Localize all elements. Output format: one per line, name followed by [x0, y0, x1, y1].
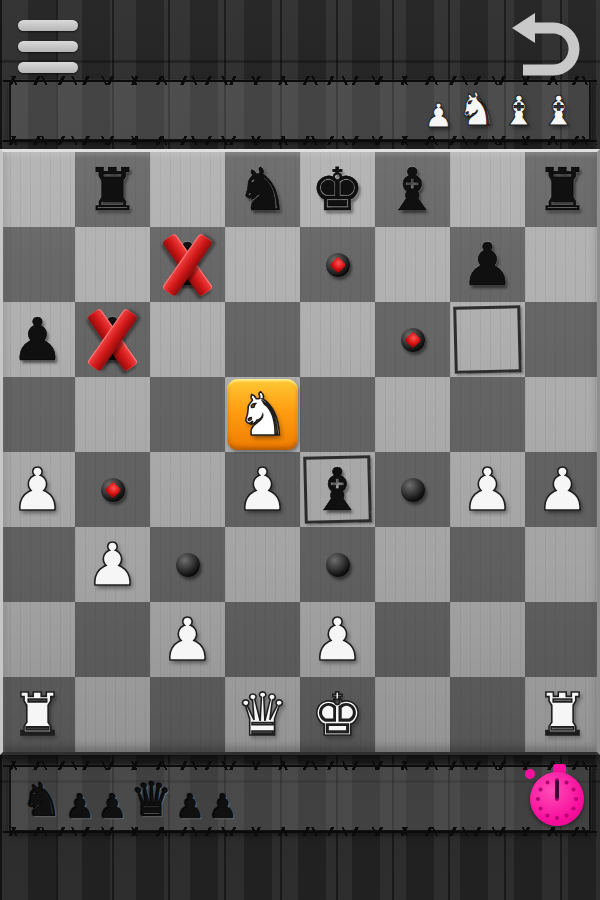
captured-white-knight: ♞	[456, 86, 497, 132]
square-a6[interactable]: ♟	[0, 302, 75, 377]
move-dot-red	[101, 478, 125, 502]
captured-white-bishop: ♝	[500, 91, 537, 132]
capture-x-marker	[75, 302, 150, 377]
square-b7[interactable]	[75, 227, 150, 302]
square-a2[interactable]	[0, 602, 75, 677]
captured-black-queen: ♛	[130, 776, 172, 823]
square-d6[interactable]	[225, 302, 300, 377]
captured-black-pieces-list: ♞♟♟♛♟♟	[11, 767, 589, 830]
black-pawn: ♟	[0, 302, 75, 377]
board-grid: ♜♞♚♝♜♟♟♟♟♞♟♟♝♟♟♟♟♟♜♛♚♜	[0, 152, 600, 752]
square-e7[interactable]	[300, 227, 375, 302]
square-c6[interactable]	[150, 302, 225, 377]
timer-stopwatch-icon[interactable]	[528, 770, 586, 828]
square-f5[interactable]	[375, 377, 450, 452]
captured-white-pawn: ♟	[424, 99, 454, 132]
square-g2[interactable]	[450, 602, 525, 677]
square-f4[interactable]	[375, 452, 450, 527]
square-h6[interactable]	[525, 302, 600, 377]
square-g4[interactable]: ♟	[450, 452, 525, 527]
square-a7[interactable]	[0, 227, 75, 302]
square-h7[interactable]	[525, 227, 600, 302]
square-c5[interactable]	[150, 377, 225, 452]
square-h1[interactable]: ♜	[525, 677, 600, 752]
square-e2[interactable]: ♟	[300, 602, 375, 677]
captured-white-tray: ♟♞♝♝	[9, 80, 591, 141]
square-c1[interactable]	[150, 677, 225, 752]
white-king: ♚	[300, 677, 375, 752]
white-pawn: ♟	[300, 602, 375, 677]
white-rook: ♜	[0, 677, 75, 752]
white-pawn: ♟	[450, 452, 525, 527]
square-h3[interactable]	[525, 527, 600, 602]
square-f2[interactable]	[375, 602, 450, 677]
square-e4[interactable]: ♝	[300, 452, 375, 527]
square-c8[interactable]	[150, 152, 225, 227]
stopwatch-hand	[555, 780, 559, 799]
square-d7[interactable]	[225, 227, 300, 302]
square-g6[interactable]	[450, 302, 525, 377]
square-h2[interactable]	[525, 602, 600, 677]
square-h5[interactable]	[525, 377, 600, 452]
square-d3[interactable]	[225, 527, 300, 602]
black-bishop: ♝	[375, 152, 450, 227]
square-g5[interactable]	[450, 377, 525, 452]
square-a4[interactable]: ♟	[0, 452, 75, 527]
move-dot-red	[326, 253, 350, 277]
square-d1[interactable]: ♛	[225, 677, 300, 752]
captured-black-pawn: ♟	[65, 790, 95, 823]
square-d5[interactable]: ♞	[225, 377, 300, 452]
captured-black-pawn: ♟	[176, 790, 206, 823]
square-b8[interactable]: ♜	[75, 152, 150, 227]
square-b5[interactable]	[75, 377, 150, 452]
hamburger-menu-icon	[18, 20, 78, 73]
square-g1[interactable]	[450, 677, 525, 752]
square-h8[interactable]: ♜	[525, 152, 600, 227]
square-c4[interactable]	[150, 452, 225, 527]
black-bishop: ♝	[300, 452, 375, 527]
square-b1[interactable]	[75, 677, 150, 752]
captured-white-bishop: ♝	[540, 91, 577, 132]
square-d8[interactable]: ♞	[225, 152, 300, 227]
white-pawn: ♟	[0, 452, 75, 527]
square-h4[interactable]: ♟	[525, 452, 600, 527]
square-d4[interactable]: ♟	[225, 452, 300, 527]
square-b6[interactable]: ♟	[75, 302, 150, 377]
black-rook: ♜	[75, 152, 150, 227]
white-queen: ♛	[225, 677, 300, 752]
square-e8[interactable]: ♚	[300, 152, 375, 227]
white-knight: ♞	[225, 377, 300, 452]
square-f7[interactable]	[375, 227, 450, 302]
square-c3[interactable]	[150, 527, 225, 602]
square-g3[interactable]	[450, 527, 525, 602]
square-a3[interactable]	[0, 527, 75, 602]
square-g8[interactable]	[450, 152, 525, 227]
square-d2[interactable]	[225, 602, 300, 677]
move-dot-black	[176, 553, 200, 577]
square-e3[interactable]	[300, 527, 375, 602]
white-pawn: ♟	[150, 602, 225, 677]
move-dot-black	[326, 553, 350, 577]
stopwatch-face	[530, 772, 584, 826]
square-a8[interactable]	[0, 152, 75, 227]
captured-black-pawn: ♟	[98, 790, 128, 823]
square-f3[interactable]	[375, 527, 450, 602]
square-e5[interactable]	[300, 377, 375, 452]
square-b2[interactable]	[75, 602, 150, 677]
captured-black-knight: ♞	[21, 777, 62, 823]
white-pawn: ♟	[75, 527, 150, 602]
move-dot-red	[401, 328, 425, 352]
menu-button[interactable]	[18, 19, 78, 73]
captured-black-tray: ♞♟♟♛♟♟	[9, 765, 591, 832]
square-e1[interactable]: ♚	[300, 677, 375, 752]
capture-x-marker	[150, 227, 225, 302]
square-e6[interactable]	[300, 302, 375, 377]
square-c2[interactable]: ♟	[150, 602, 225, 677]
captured-white-pieces-list: ♟♞♝♝	[11, 82, 589, 139]
square-b3[interactable]: ♟	[75, 527, 150, 602]
square-f6[interactable]	[375, 302, 450, 377]
white-rook: ♜	[525, 677, 600, 752]
captured-black-pawn: ♟	[208, 790, 238, 823]
undo-arrow-icon	[510, 10, 584, 76]
chess-board: ♜♞♚♝♜♟♟♟♟♞♟♟♝♟♟♟♟♟♜♛♚♜	[0, 149, 600, 755]
chess-app-root: ♟♞♝♝ ♜♞♚♝♜♟♟♟♟♞♟♟♝♟♟♟♟♟♜♛♚♜ ♞♟♟♛♟♟	[0, 0, 600, 900]
last-move-outline	[453, 305, 522, 374]
square-a1[interactable]: ♜	[0, 677, 75, 752]
black-knight: ♞	[225, 152, 300, 227]
square-f8[interactable]: ♝	[375, 152, 450, 227]
black-pawn: ♟	[450, 227, 525, 302]
move-dot-black	[401, 478, 425, 502]
square-a5[interactable]	[0, 377, 75, 452]
stopwatch-side-knob	[525, 769, 535, 779]
undo-button[interactable]	[510, 10, 584, 76]
black-king: ♚	[300, 152, 375, 227]
white-pawn: ♟	[225, 452, 300, 527]
square-g7[interactable]: ♟	[450, 227, 525, 302]
square-f1[interactable]	[375, 677, 450, 752]
square-b4[interactable]	[75, 452, 150, 527]
square-c7[interactable]: ♟	[150, 227, 225, 302]
white-pawn: ♟	[525, 452, 600, 527]
black-rook: ♜	[525, 152, 600, 227]
